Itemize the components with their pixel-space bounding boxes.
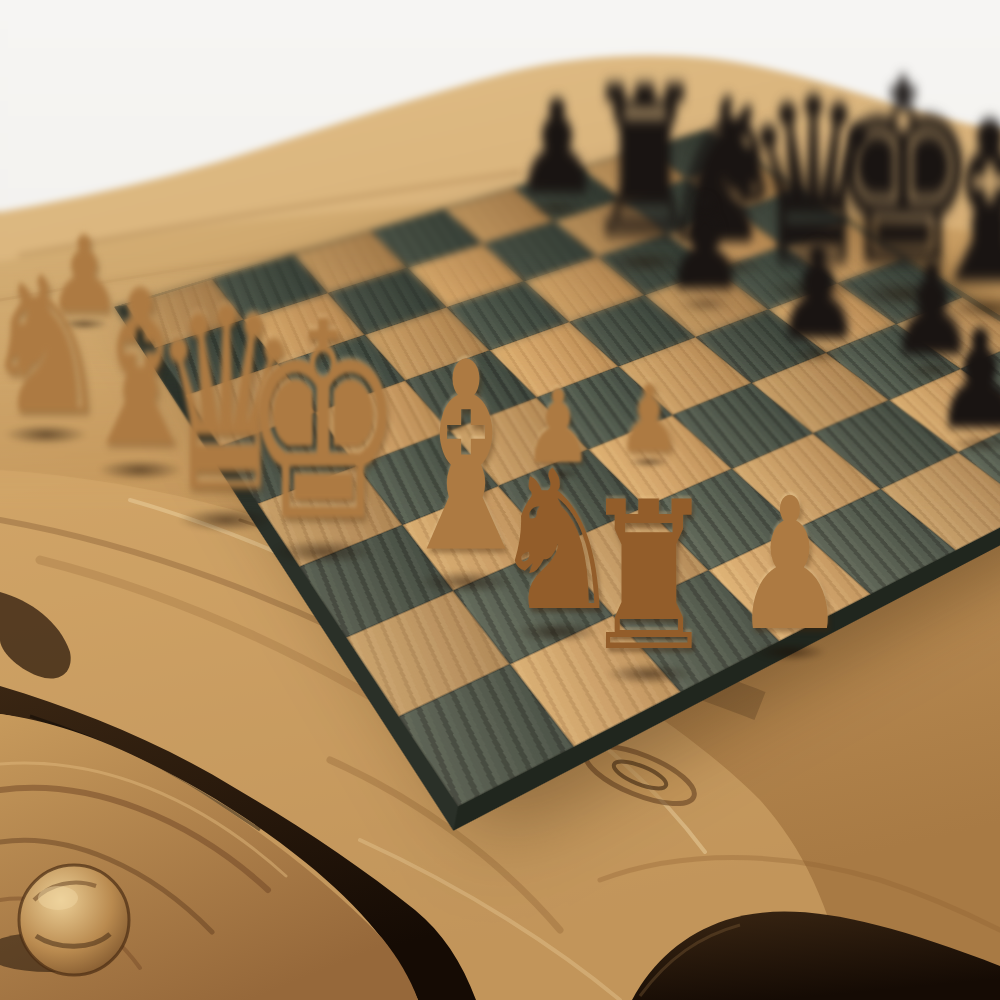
white-pawn-1[interactable]: ♟ <box>734 474 847 657</box>
black-pawn-5[interactable]: ♟ <box>933 313 1000 448</box>
black-pawn-3[interactable]: ♟ <box>774 231 862 358</box>
white-king-1[interactable]: ♚ <box>241 286 404 559</box>
black-pawn-2[interactable]: ♟ <box>664 188 746 308</box>
white-rook-1[interactable]: ♜ <box>581 475 717 680</box>
white-pawn-3[interactable]: ♟ <box>617 371 682 465</box>
chess-photo-scene: ♟♜♞♛♚♝♟♟♟♟♞♟♝♛♚♝♟♟♞♜♟ <box>0 0 1000 1000</box>
